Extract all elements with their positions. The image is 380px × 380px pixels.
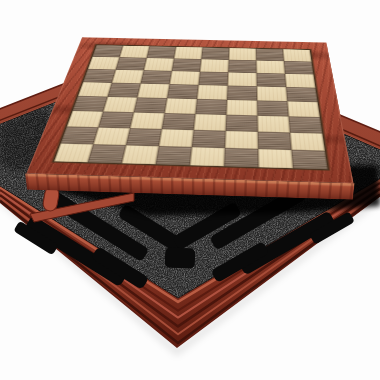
square-c5 [137, 83, 169, 98]
square-d6 [170, 71, 200, 85]
square-b8 [119, 46, 149, 58]
square-a8 [92, 45, 123, 57]
square-g2 [258, 132, 292, 150]
square-e8 [201, 47, 229, 59]
square-h7 [284, 61, 314, 74]
square-g6 [257, 73, 287, 87]
product-photo-chess-case [0, 0, 380, 380]
square-b5 [108, 83, 141, 98]
square-h3 [289, 116, 323, 133]
square-d5 [167, 84, 198, 99]
square-h4 [287, 101, 320, 117]
square-h5 [286, 87, 318, 102]
square-b4 [103, 97, 137, 113]
square-h8 [283, 49, 312, 62]
square-c1 [122, 145, 159, 164]
square-d4 [165, 98, 197, 114]
square-e3 [194, 114, 227, 131]
square-a5 [78, 82, 112, 97]
board-frame [26, 37, 353, 183]
square-e1 [190, 147, 225, 166]
square-a2 [61, 127, 99, 145]
square-g3 [257, 116, 290, 133]
square-f5 [227, 86, 257, 101]
square-c6 [141, 70, 172, 84]
square-c8 [147, 46, 176, 58]
square-g7 [256, 60, 285, 73]
square-g4 [257, 101, 288, 117]
square-d2 [159, 129, 194, 147]
square-h2 [290, 133, 325, 151]
square-a6 [83, 69, 116, 83]
square-b3 [98, 112, 133, 129]
square-g1 [258, 149, 293, 168]
chess-board [26, 37, 353, 183]
square-a3 [67, 111, 103, 128]
square-h1 [291, 150, 327, 170]
square-h6 [285, 74, 316, 88]
square-f2 [225, 131, 258, 149]
square-f8 [229, 48, 257, 60]
square-a7 [88, 57, 120, 70]
square-a4 [73, 96, 108, 112]
square-c7 [144, 58, 174, 71]
square-b2 [93, 127, 130, 145]
square-e5 [197, 85, 228, 100]
square-e4 [195, 99, 227, 115]
square-e6 [199, 72, 229, 86]
square-d1 [156, 146, 192, 165]
square-c3 [130, 112, 165, 129]
square-b7 [116, 57, 147, 70]
square-f4 [226, 100, 257, 116]
square-g5 [257, 86, 288, 101]
foam-slot [165, 247, 196, 268]
square-b1 [88, 144, 126, 163]
square-f3 [226, 115, 258, 132]
square-f7 [228, 60, 256, 73]
square-c2 [126, 128, 162, 146]
square-b6 [112, 70, 144, 84]
square-e7 [200, 59, 229, 72]
square-d8 [174, 47, 203, 59]
square-f6 [228, 72, 257, 86]
square-g8 [256, 49, 284, 62]
square-d7 [172, 59, 202, 72]
square-e2 [192, 130, 226, 148]
square-f1 [224, 148, 258, 167]
square-d3 [162, 113, 196, 130]
square-c4 [134, 97, 167, 113]
board-grid [54, 45, 328, 169]
